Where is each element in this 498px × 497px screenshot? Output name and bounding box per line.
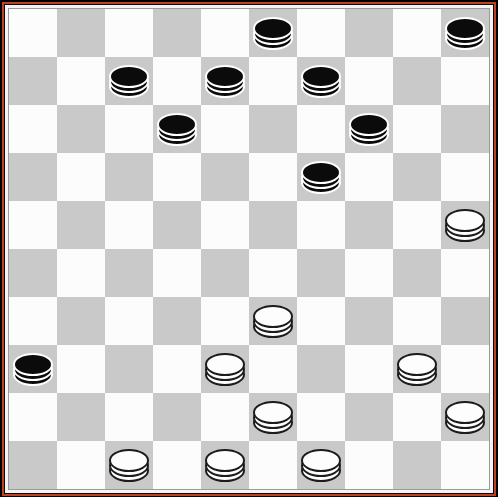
light-square <box>297 201 345 249</box>
piece-disc <box>397 353 437 376</box>
piece-disc <box>445 17 485 40</box>
light-square <box>57 153 105 201</box>
black-man-square-8[interactable] <box>205 65 245 98</box>
board-frame-outer <box>0 0 498 497</box>
piece-disc <box>445 209 485 232</box>
light-square <box>57 441 105 489</box>
square-12[interactable] <box>153 105 201 153</box>
square-11[interactable] <box>57 105 105 153</box>
light-square <box>297 297 345 345</box>
white-man-square-25[interactable] <box>445 209 485 242</box>
light-square <box>441 153 489 201</box>
square-29[interactable] <box>297 249 345 297</box>
white-man-square-45[interactable] <box>445 401 485 434</box>
board-frame-inner <box>4 4 494 494</box>
light-square <box>393 297 441 345</box>
piece-disc <box>109 449 149 472</box>
square-18[interactable] <box>201 153 249 201</box>
white-man-square-43[interactable] <box>253 401 293 434</box>
board-frame-margin <box>5 5 493 493</box>
square-5[interactable] <box>441 9 489 57</box>
light-square <box>393 105 441 153</box>
light-square <box>249 345 297 393</box>
light-square <box>393 201 441 249</box>
black-man-square-36[interactable] <box>13 353 53 386</box>
square-25[interactable] <box>441 201 489 249</box>
light-square <box>345 441 393 489</box>
square-2[interactable] <box>153 9 201 57</box>
piece-disc <box>205 353 245 376</box>
square-45[interactable] <box>441 393 489 441</box>
square-32[interactable] <box>153 297 201 345</box>
light-square <box>105 393 153 441</box>
light-square <box>153 153 201 201</box>
light-square <box>345 249 393 297</box>
light-square <box>201 297 249 345</box>
square-3[interactable] <box>249 9 297 57</box>
light-square <box>393 9 441 57</box>
piece-disc <box>301 449 341 472</box>
square-1[interactable] <box>57 9 105 57</box>
white-man-square-38[interactable] <box>205 353 245 386</box>
piece-disc <box>349 113 389 136</box>
light-square <box>9 393 57 441</box>
square-34[interactable] <box>345 297 393 345</box>
light-square <box>441 345 489 393</box>
piece-disc <box>253 305 293 328</box>
square-35[interactable] <box>441 297 489 345</box>
light-square <box>153 249 201 297</box>
square-22[interactable] <box>153 201 201 249</box>
light-square <box>297 9 345 57</box>
light-square <box>393 393 441 441</box>
square-13[interactable] <box>249 105 297 153</box>
black-man-square-7[interactable] <box>109 65 149 98</box>
light-square <box>105 297 153 345</box>
light-square <box>105 201 153 249</box>
light-square <box>201 201 249 249</box>
square-17[interactable] <box>105 153 153 201</box>
square-15[interactable] <box>441 105 489 153</box>
square-38[interactable] <box>201 345 249 393</box>
piece-disc <box>301 65 341 88</box>
square-4[interactable] <box>345 9 393 57</box>
light-square <box>345 345 393 393</box>
square-10[interactable] <box>393 57 441 105</box>
light-square <box>441 441 489 489</box>
light-square <box>9 9 57 57</box>
square-44[interactable] <box>345 393 393 441</box>
square-33[interactable] <box>249 297 297 345</box>
light-square <box>9 297 57 345</box>
light-square <box>441 249 489 297</box>
square-20[interactable] <box>393 153 441 201</box>
light-square <box>249 153 297 201</box>
light-square <box>9 201 57 249</box>
square-28[interactable] <box>201 249 249 297</box>
square-39[interactable] <box>297 345 345 393</box>
square-43[interactable] <box>249 393 297 441</box>
light-square <box>57 249 105 297</box>
square-31[interactable] <box>57 297 105 345</box>
white-man-square-48[interactable] <box>205 449 245 482</box>
light-square <box>201 393 249 441</box>
square-21[interactable] <box>57 201 105 249</box>
piece-disc <box>109 65 149 88</box>
piece-disc <box>445 401 485 424</box>
light-square <box>105 9 153 57</box>
light-square <box>441 57 489 105</box>
square-47[interactable] <box>105 441 153 489</box>
square-49[interactable] <box>297 441 345 489</box>
square-8[interactable] <box>201 57 249 105</box>
square-46[interactable] <box>9 441 57 489</box>
square-24[interactable] <box>345 201 393 249</box>
light-square <box>249 57 297 105</box>
black-man-square-19[interactable] <box>301 161 341 194</box>
board-frame-hairline <box>8 8 490 490</box>
white-man-square-40[interactable] <box>397 353 437 386</box>
square-48[interactable] <box>201 441 249 489</box>
square-50[interactable] <box>393 441 441 489</box>
square-42[interactable] <box>153 393 201 441</box>
piece-disc <box>157 113 197 136</box>
black-man-square-9[interactable] <box>301 65 341 98</box>
light-square <box>57 345 105 393</box>
square-9[interactable] <box>297 57 345 105</box>
black-man-square-3[interactable] <box>253 17 293 50</box>
light-square <box>153 57 201 105</box>
square-26[interactable] <box>9 249 57 297</box>
square-7[interactable] <box>105 57 153 105</box>
light-square <box>9 105 57 153</box>
light-square <box>57 57 105 105</box>
white-man-square-47[interactable] <box>109 449 149 482</box>
square-36[interactable] <box>9 345 57 393</box>
piece-disc <box>13 353 53 376</box>
square-30[interactable] <box>393 249 441 297</box>
square-23[interactable] <box>249 201 297 249</box>
light-square <box>297 105 345 153</box>
light-square <box>345 153 393 201</box>
black-man-square-14[interactable] <box>349 113 389 146</box>
draughts-board <box>9 9 489 489</box>
black-man-square-5[interactable] <box>445 17 485 50</box>
piece-disc <box>205 449 245 472</box>
piece-disc <box>301 161 341 184</box>
square-16[interactable] <box>9 153 57 201</box>
white-man-square-33[interactable] <box>253 305 293 338</box>
square-27[interactable] <box>105 249 153 297</box>
square-6[interactable] <box>9 57 57 105</box>
square-37[interactable] <box>105 345 153 393</box>
square-14[interactable] <box>345 105 393 153</box>
light-square <box>249 441 297 489</box>
black-man-square-12[interactable] <box>157 113 197 146</box>
light-square <box>201 105 249 153</box>
light-square <box>105 105 153 153</box>
piece-disc <box>253 17 293 40</box>
light-square <box>297 393 345 441</box>
light-square <box>249 249 297 297</box>
piece-disc <box>205 65 245 88</box>
board-frame-accent <box>2 2 496 496</box>
light-square <box>201 9 249 57</box>
square-19[interactable] <box>297 153 345 201</box>
piece-disc <box>253 401 293 424</box>
light-square <box>153 345 201 393</box>
square-40[interactable] <box>393 345 441 393</box>
light-square <box>153 441 201 489</box>
light-square <box>345 57 393 105</box>
white-man-square-49[interactable] <box>301 449 341 482</box>
square-41[interactable] <box>57 393 105 441</box>
